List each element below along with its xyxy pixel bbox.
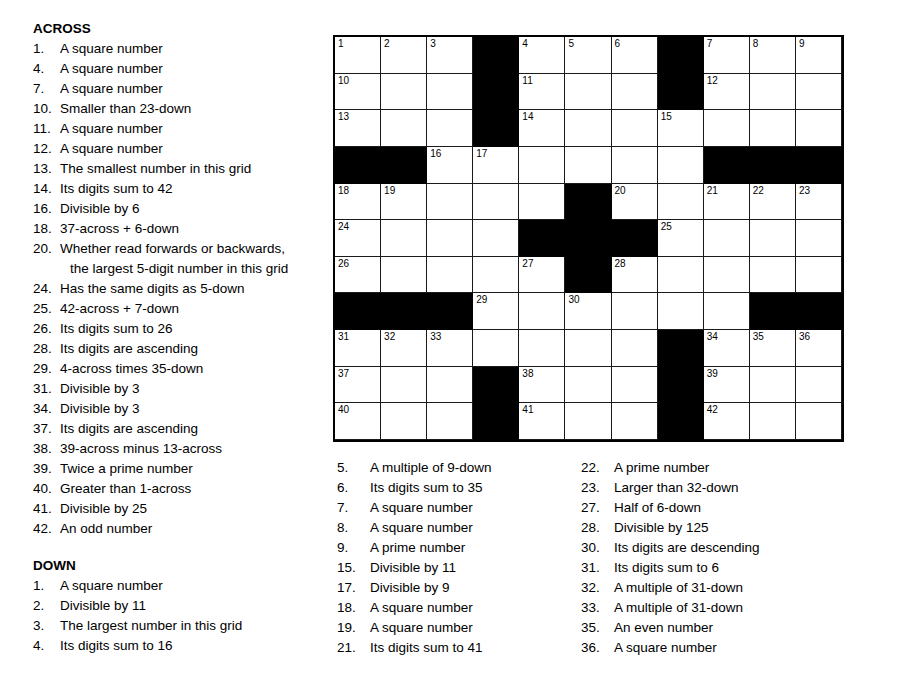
- cell-r6c9[interactable]: [704, 220, 750, 257]
- cell-r7c4[interactable]: [473, 257, 519, 294]
- cell-r10c7[interactable]: [612, 367, 658, 404]
- cell-r7c10[interactable]: [750, 257, 796, 294]
- across-clue-14: 14.Its digits sum to 42: [33, 179, 333, 199]
- down-clue-list-1: 1.A square number2.Divisible by 113.The …: [33, 576, 333, 656]
- clue-number: 22.: [581, 458, 614, 478]
- down-clue-4: 4.Its digits sum to 16: [33, 636, 333, 656]
- cell-number: 16: [430, 148, 441, 160]
- clue-number: 32.: [581, 578, 614, 598]
- clue-number: 2.: [33, 596, 60, 616]
- cell-r8c4[interactable]: 29: [473, 293, 519, 330]
- clue-text: A square number: [370, 618, 473, 638]
- cell-r5c11[interactable]: 23: [796, 184, 842, 221]
- cell-number: 21: [707, 185, 718, 197]
- cell-r3c6[interactable]: [565, 110, 611, 147]
- cell-r5c8[interactable]: [658, 184, 704, 221]
- clue-number: 3.: [33, 616, 60, 636]
- cell-r3c2[interactable]: [381, 110, 427, 147]
- cell-number: 22: [753, 185, 764, 197]
- cell-r7c5[interactable]: 27: [519, 257, 565, 294]
- cell-number: 38: [522, 368, 533, 380]
- cell-r4c2-black: [381, 147, 427, 184]
- cell-r11c3[interactable]: [427, 403, 473, 440]
- across-clue-10: 10.Smaller than 23-down: [33, 99, 333, 119]
- clue-number: 38.: [33, 439, 60, 459]
- clue-number: 31.: [581, 558, 614, 578]
- cell-r9c7[interactable]: [612, 330, 658, 367]
- cell-number: 4: [522, 38, 528, 50]
- cell-r7c1[interactable]: 26: [335, 257, 381, 294]
- cell-r11c5[interactable]: 41: [519, 403, 565, 440]
- cell-r7c2[interactable]: [381, 257, 427, 294]
- cell-r11c11[interactable]: [796, 403, 842, 440]
- clue-text: Its digits sum to 26: [60, 319, 173, 339]
- cell-r2c3[interactable]: [427, 74, 473, 111]
- across-clue-42: 42.An odd number: [33, 519, 333, 539]
- cell-r2c6[interactable]: [565, 74, 611, 111]
- cell-number: 33: [430, 331, 441, 343]
- cell-r2c5[interactable]: 11: [519, 74, 565, 111]
- clue-text: Smaller than 23-down: [60, 99, 191, 119]
- cell-r9c1[interactable]: 31: [335, 330, 381, 367]
- cell-number: 37: [338, 368, 349, 380]
- down-clue-19: 19.A square number: [337, 618, 572, 638]
- clue-text: The largest number in this grid: [60, 616, 242, 636]
- cell-r3c4-black: [473, 110, 519, 147]
- clue-number: 42.: [33, 519, 60, 539]
- left-clues-panel: ACROSS 1.A square number4.A square numbe…: [33, 19, 333, 656]
- cell-r3c8[interactable]: 15: [658, 110, 704, 147]
- clue-text: Its digits are descending: [614, 538, 760, 558]
- cell-r1c7[interactable]: 6: [612, 37, 658, 74]
- clue-number: 29.: [33, 359, 60, 379]
- cell-r4c9-black: [704, 147, 750, 184]
- down-title: DOWN: [33, 556, 333, 576]
- cell-r4c11-black: [796, 147, 842, 184]
- across-clue-34: 34.Divisible by 3: [33, 399, 333, 419]
- cell-number: 11: [522, 75, 532, 87]
- cell-r3c10[interactable]: [750, 110, 796, 147]
- clue-number: 4.: [33, 59, 60, 79]
- across-clue-24: 24.Has the same digits as 5-down: [33, 279, 333, 299]
- cell-r8c5[interactable]: [519, 293, 565, 330]
- cell-r2c1[interactable]: 10: [335, 74, 381, 111]
- clue-number: 24.: [33, 279, 60, 299]
- cell-r7c11[interactable]: [796, 257, 842, 294]
- cell-r2c7[interactable]: [612, 74, 658, 111]
- clue-text: 4-across times 35-down: [60, 359, 203, 379]
- cell-r1c9[interactable]: 7: [704, 37, 750, 74]
- cell-number: 27: [522, 258, 533, 270]
- cell-r8c10-black: [750, 293, 796, 330]
- clue-text: Its digits sum to 41: [370, 638, 483, 658]
- cell-r9c4[interactable]: [473, 330, 519, 367]
- cell-number: 1: [338, 38, 344, 50]
- clue-text: A square number: [60, 139, 163, 159]
- across-clue-list: 1.A square number4.A square number7.A sq…: [33, 39, 333, 539]
- cell-r8c6[interactable]: 30: [565, 293, 611, 330]
- cell-r10c6[interactable]: [565, 367, 611, 404]
- cell-number: 24: [338, 221, 349, 233]
- down-clue-9: 9.A prime number: [337, 538, 572, 558]
- clue-number: 13.: [33, 159, 60, 179]
- cell-r11c10[interactable]: [750, 403, 796, 440]
- cell-r8c8[interactable]: [658, 293, 704, 330]
- cell-r11c4-black: [473, 403, 519, 440]
- cell-r2c4-black: [473, 74, 519, 111]
- down-clue-list-2: 5.A multiple of 9-down6.Its digits sum t…: [337, 458, 572, 658]
- across-clue-25: 25.42-across + 7-down: [33, 299, 333, 319]
- clue-text: A square number: [60, 59, 163, 79]
- clue-text: A multiple of 31-down: [614, 598, 743, 618]
- across-clue-20-line2: the largest 5-digit number in this grid: [33, 259, 333, 279]
- cell-r2c8-black: [658, 74, 704, 111]
- cell-r9c8-black: [658, 330, 704, 367]
- across-clue-7: 7.A square number: [33, 79, 333, 99]
- cell-r4c8[interactable]: [658, 147, 704, 184]
- cell-number: 9: [799, 38, 805, 50]
- cell-number: 5: [568, 38, 574, 50]
- cell-number: 25: [661, 221, 672, 233]
- across-clue-37: 37.Its digits are ascending: [33, 419, 333, 439]
- clue-text: 39-across minus 13-across: [60, 439, 222, 459]
- clue-number: 28.: [581, 518, 614, 538]
- cell-r11c9[interactable]: 42: [704, 403, 750, 440]
- cell-r5c9[interactable]: 21: [704, 184, 750, 221]
- cell-r10c4-black: [473, 367, 519, 404]
- cell-number: 3: [430, 38, 436, 50]
- clue-number: 19.: [337, 618, 370, 638]
- clue-number: 25.: [33, 299, 60, 319]
- across-clue-4: 4.A square number: [33, 59, 333, 79]
- clue-number-blank: [33, 259, 60, 279]
- down-clue-15: 15.Divisible by 11: [337, 558, 572, 578]
- clue-number: 40.: [33, 479, 60, 499]
- cell-r1c5[interactable]: 4: [519, 37, 565, 74]
- cell-r8c9[interactable]: [704, 293, 750, 330]
- clue-number: 14.: [33, 179, 60, 199]
- cell-r6c8[interactable]: 25: [658, 220, 704, 257]
- clue-text: Its digits are ascending: [60, 419, 198, 439]
- down-clue-8: 8.A square number: [337, 518, 572, 538]
- cell-r11c7[interactable]: [612, 403, 658, 440]
- clue-text: Its digits sum to 42: [60, 179, 173, 199]
- clue-text: An odd number: [60, 519, 152, 539]
- cell-r5c4[interactable]: [473, 184, 519, 221]
- cell-r6c2[interactable]: [381, 220, 427, 257]
- cell-r10c2[interactable]: [381, 367, 427, 404]
- cell-r3c7[interactable]: [612, 110, 658, 147]
- cell-r8c3-black: [427, 293, 473, 330]
- across-clue-12: 12.A square number: [33, 139, 333, 159]
- across-clue-18: 18.37-across + 6-down: [33, 219, 333, 239]
- cell-number: 7: [707, 38, 713, 50]
- cell-number: 23: [799, 185, 810, 197]
- clue-number: 7.: [33, 79, 60, 99]
- clue-text: 42-across + 7-down: [60, 299, 179, 319]
- clue-number: 8.: [337, 518, 370, 538]
- clue-number: 18.: [337, 598, 370, 618]
- across-clue-39: 39.Twice a prime number: [33, 459, 333, 479]
- cell-r6c1[interactable]: 24: [335, 220, 381, 257]
- cell-number: 13: [338, 111, 349, 123]
- cell-r9c3[interactable]: 33: [427, 330, 473, 367]
- across-clue-26: 26.Its digits sum to 26: [33, 319, 333, 339]
- cell-r5c10[interactable]: 22: [750, 184, 796, 221]
- down-clues-panel-3: 22.A prime number23.Larger than 32-down2…: [581, 458, 816, 658]
- cell-number: 14: [522, 111, 533, 123]
- clue-number: 23.: [581, 478, 614, 498]
- cell-r11c6[interactable]: [565, 403, 611, 440]
- cell-number: 8: [753, 38, 759, 50]
- cell-number: 2: [384, 38, 390, 50]
- clue-text: A square number: [60, 119, 163, 139]
- cell-number: 30: [568, 294, 579, 306]
- cell-r7c7[interactable]: 28: [612, 257, 658, 294]
- cell-r6c10[interactable]: [750, 220, 796, 257]
- cell-r3c5[interactable]: 14: [519, 110, 565, 147]
- down-clue-7: 7.A square number: [337, 498, 572, 518]
- across-clue-28: 28.Its digits are ascending: [33, 339, 333, 359]
- crossword-grid: 1234567891011121314151617181920212223242…: [333, 35, 844, 442]
- cell-r6c11[interactable]: [796, 220, 842, 257]
- cell-r5c1[interactable]: 18: [335, 184, 381, 221]
- clue-number: 31.: [33, 379, 60, 399]
- clue-number: 37.: [33, 419, 60, 439]
- cell-r8c7[interactable]: [612, 293, 658, 330]
- clue-text: 37-across + 6-down: [60, 219, 179, 239]
- cell-r10c5[interactable]: 38: [519, 367, 565, 404]
- clue-text: An even number: [614, 618, 713, 638]
- clue-text: Its digits sum to 35: [370, 478, 483, 498]
- clue-text: Half of 6-down: [614, 498, 701, 518]
- clue-number: 36.: [581, 638, 614, 658]
- cell-r2c2[interactable]: [381, 74, 427, 111]
- cell-number: 17: [476, 148, 487, 160]
- down-clue-17: 17.Divisible by 9: [337, 578, 572, 598]
- across-clue-16: 16.Divisible by 6: [33, 199, 333, 219]
- across-clue-29: 29.4-across times 35-down: [33, 359, 333, 379]
- cell-number: 35: [753, 331, 764, 343]
- down-clue-1: 1.A square number: [33, 576, 333, 596]
- cell-r11c1[interactable]: 40: [335, 403, 381, 440]
- cell-number: 20: [615, 185, 626, 197]
- cell-r5c7[interactable]: 20: [612, 184, 658, 221]
- clue-number: 12.: [33, 139, 60, 159]
- cell-r10c9[interactable]: 39: [704, 367, 750, 404]
- clue-number: 16.: [33, 199, 60, 219]
- down-clue-23: 23.Larger than 32-down: [581, 478, 816, 498]
- clue-text: Divisible by 3: [60, 379, 140, 399]
- cell-r7c6-black: [565, 257, 611, 294]
- clue-text: A multiple of 9-down: [370, 458, 492, 478]
- cell-number: 15: [661, 111, 672, 123]
- cell-number: 6: [615, 38, 621, 50]
- cell-r3c9[interactable]: [704, 110, 750, 147]
- across-clue-38: 38.39-across minus 13-across: [33, 439, 333, 459]
- cell-r6c5-black: [519, 220, 565, 257]
- cell-r5c5[interactable]: [519, 184, 565, 221]
- down-clue-35: 35.An even number: [581, 618, 816, 638]
- cell-r4c7[interactable]: [612, 147, 658, 184]
- clue-number: 11.: [33, 119, 60, 139]
- down-clue-18: 18.A square number: [337, 598, 572, 618]
- clue-text: Whether read forwards or backwards,: [60, 239, 285, 259]
- clue-number: 27.: [581, 498, 614, 518]
- clue-text: A square number: [60, 39, 163, 59]
- down-clue-2: 2.Divisible by 11: [33, 596, 333, 616]
- cell-r1c10[interactable]: 8: [750, 37, 796, 74]
- clue-number: 4.: [33, 636, 60, 656]
- clue-number: 34.: [33, 399, 60, 419]
- across-clue-20: 20.Whether read forwards or backwards,: [33, 239, 333, 259]
- cell-r1c4-black: [473, 37, 519, 74]
- down-clue-3: 3.The largest number in this grid: [33, 616, 333, 636]
- cell-r4c3[interactable]: 16: [427, 147, 473, 184]
- cell-r9c5[interactable]: [519, 330, 565, 367]
- cell-r1c2[interactable]: 2: [381, 37, 427, 74]
- clue-number: 1.: [33, 576, 60, 596]
- cell-r2c11[interactable]: [796, 74, 842, 111]
- clue-number: 10.: [33, 99, 60, 119]
- puzzle-page: ACROSS 1.A square number4.A square numbe…: [0, 0, 909, 681]
- cell-r5c3[interactable]: [427, 184, 473, 221]
- cell-r3c11[interactable]: [796, 110, 842, 147]
- cell-number: 36: [799, 331, 810, 343]
- across-clue-1: 1.A square number: [33, 39, 333, 59]
- clue-text: Divisible by 6: [60, 199, 140, 219]
- clue-text: The smallest number in this grid: [60, 159, 251, 179]
- down-clue-22: 22.A prime number: [581, 458, 816, 478]
- clue-text: Has the same digits as 5-down: [60, 279, 245, 299]
- cell-number: 12: [707, 75, 718, 87]
- clue-text: A square number: [60, 79, 163, 99]
- cell-r4c6[interactable]: [565, 147, 611, 184]
- section-gap: [33, 539, 333, 556]
- cell-number: 19: [384, 185, 395, 197]
- clue-number: 5.: [337, 458, 370, 478]
- clue-text: Divisible by 125: [614, 518, 709, 538]
- cell-r6c3[interactable]: [427, 220, 473, 257]
- down-clue-30: 30.Its digits are descending: [581, 538, 816, 558]
- clue-number: 21.: [337, 638, 370, 658]
- clue-text: A multiple of 31-down: [614, 578, 743, 598]
- cell-number: 40: [338, 404, 349, 416]
- cell-r2c10[interactable]: [750, 74, 796, 111]
- cell-number: 18: [338, 185, 349, 197]
- clue-text: A prime number: [614, 458, 709, 478]
- cell-number: 32: [384, 331, 395, 343]
- clue-text: A square number: [370, 498, 473, 518]
- clue-number: 33.: [581, 598, 614, 618]
- clue-number: 26.: [33, 319, 60, 339]
- cell-r4c4[interactable]: 17: [473, 147, 519, 184]
- cell-r8c1-black: [335, 293, 381, 330]
- clue-number: 41.: [33, 499, 60, 519]
- across-clue-40: 40.Greater than 1-across: [33, 479, 333, 499]
- across-clue-13: 13.The smallest number in this grid: [33, 159, 333, 179]
- cell-r1c3[interactable]: 3: [427, 37, 473, 74]
- cell-number: 31: [338, 331, 349, 343]
- cell-r10c3[interactable]: [427, 367, 473, 404]
- clue-text: Larger than 32-down: [614, 478, 739, 498]
- cell-r10c10[interactable]: [750, 367, 796, 404]
- clue-text: Its digits are ascending: [60, 339, 198, 359]
- clue-number: 15.: [337, 558, 370, 578]
- clue-number: 9.: [337, 538, 370, 558]
- cell-number: 28: [615, 258, 626, 270]
- cell-r9c10[interactable]: 35: [750, 330, 796, 367]
- cell-r9c2[interactable]: 32: [381, 330, 427, 367]
- down-clue-32: 32.A multiple of 31-down: [581, 578, 816, 598]
- clue-text: Its digits sum to 6: [614, 558, 719, 578]
- cell-number: 26: [338, 258, 349, 270]
- clue-number: 6.: [337, 478, 370, 498]
- clue-text: A square number: [370, 518, 473, 538]
- cell-r1c6[interactable]: 5: [565, 37, 611, 74]
- clue-number: 1.: [33, 39, 60, 59]
- cell-r7c3[interactable]: [427, 257, 473, 294]
- across-title: ACROSS: [33, 19, 333, 39]
- clue-text: Its digits sum to 16: [60, 636, 173, 656]
- down-clue-5: 5.A multiple of 9-down: [337, 458, 572, 478]
- cell-number: 34: [707, 331, 718, 343]
- cell-r9c11[interactable]: 36: [796, 330, 842, 367]
- cell-number: 29: [476, 294, 487, 306]
- cell-number: 41: [522, 404, 533, 416]
- clue-text: Greater than 1-across: [60, 479, 191, 499]
- cell-r2c9[interactable]: 12: [704, 74, 750, 111]
- cell-r5c2[interactable]: 19: [381, 184, 427, 221]
- cell-r7c8[interactable]: [658, 257, 704, 294]
- cell-r10c11[interactable]: [796, 367, 842, 404]
- clue-text: Divisible by 11: [60, 596, 146, 616]
- cell-r10c1[interactable]: 37: [335, 367, 381, 404]
- cell-r11c2[interactable]: [381, 403, 427, 440]
- cell-r6c7-black: [612, 220, 658, 257]
- cell-r7c9[interactable]: [704, 257, 750, 294]
- cell-r3c3[interactable]: [427, 110, 473, 147]
- down-clue-6: 6.Its digits sum to 35: [337, 478, 572, 498]
- clue-text: Divisible by 11: [370, 558, 456, 578]
- cell-r1c11[interactable]: 9: [796, 37, 842, 74]
- down-clue-21: 21.Its digits sum to 41: [337, 638, 572, 658]
- clue-text: A square number: [370, 598, 473, 618]
- clue-number: 39.: [33, 459, 60, 479]
- clue-number: 35.: [581, 618, 614, 638]
- cell-r10c8-black: [658, 367, 704, 404]
- clue-text: A prime number: [370, 538, 465, 558]
- cell-r9c9[interactable]: 34: [704, 330, 750, 367]
- clue-text: A square number: [60, 576, 163, 596]
- cell-r1c1[interactable]: 1: [335, 37, 381, 74]
- cell-r8c11-black: [796, 293, 842, 330]
- cell-r3c1[interactable]: 13: [335, 110, 381, 147]
- across-clue-41: 41.Divisible by 25: [33, 499, 333, 519]
- cell-r4c5[interactable]: [519, 147, 565, 184]
- clue-number: 18.: [33, 219, 60, 239]
- clue-number: 20.: [33, 239, 60, 259]
- cell-r4c1-black: [335, 147, 381, 184]
- cell-r9c6[interactable]: [565, 330, 611, 367]
- down-clue-31: 31.Its digits sum to 6: [581, 558, 816, 578]
- down-clue-33: 33.A multiple of 31-down: [581, 598, 816, 618]
- cell-r11c8-black: [658, 403, 704, 440]
- cell-r5c6-black: [565, 184, 611, 221]
- cell-r6c4[interactable]: [473, 220, 519, 257]
- cell-r6c6-black: [565, 220, 611, 257]
- clue-text: the largest 5-digit number in this grid: [60, 259, 288, 279]
